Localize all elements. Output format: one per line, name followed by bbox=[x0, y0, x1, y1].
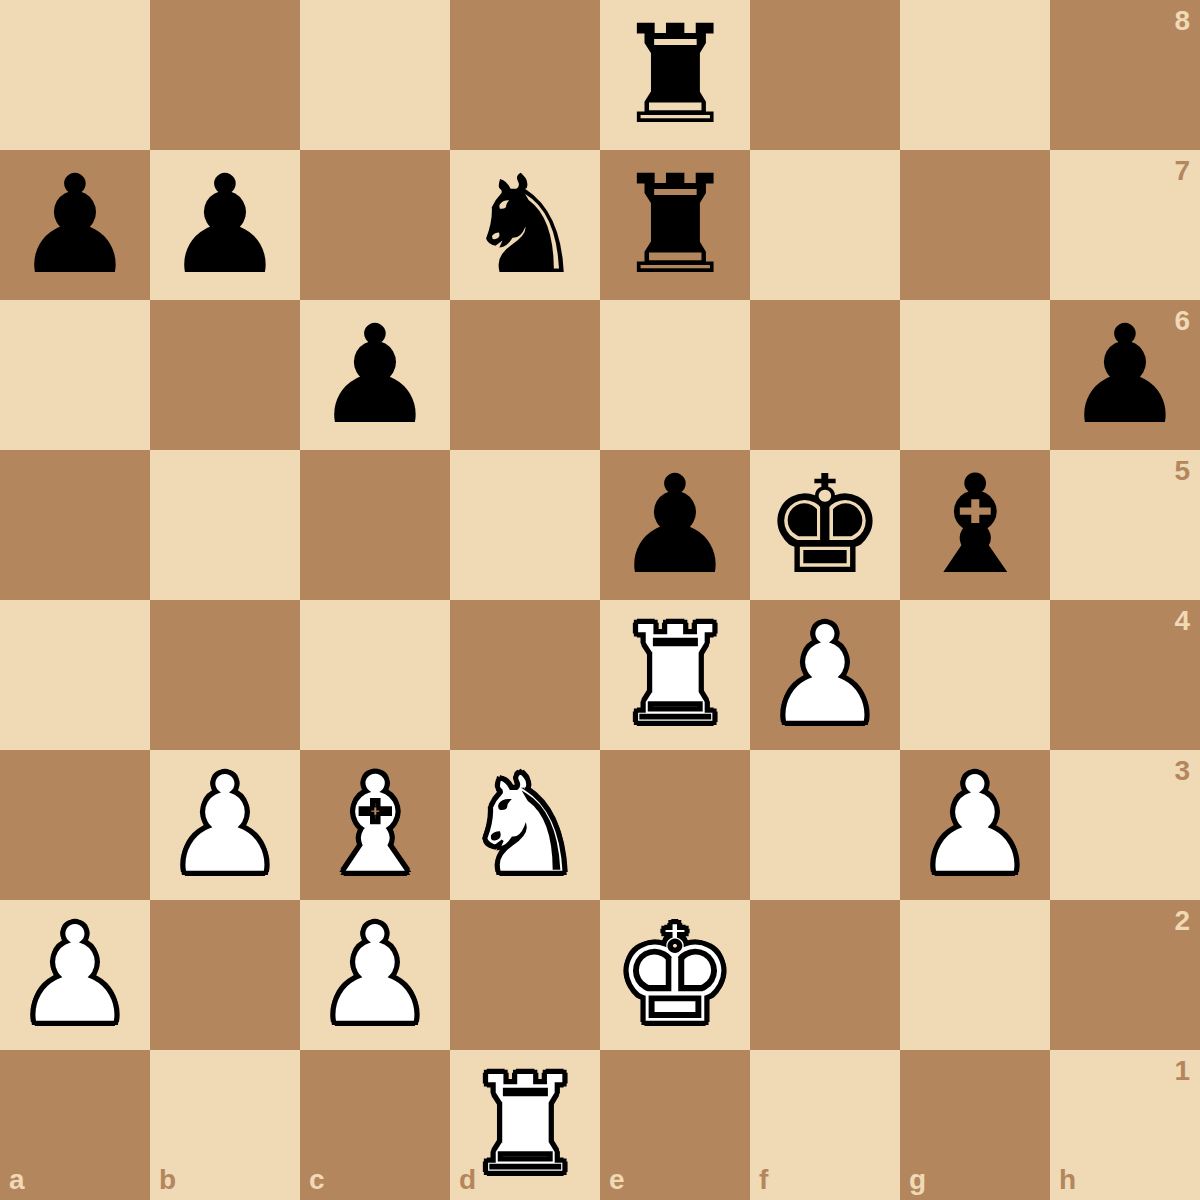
square-h2[interactable]: 2 bbox=[1050, 900, 1200, 1050]
square-h8[interactable]: 8 bbox=[1050, 0, 1200, 150]
black-pawn: ♟ bbox=[314, 307, 436, 443]
file-label-a: a bbox=[9, 1166, 25, 1194]
white-bishop: ♝ bbox=[314, 757, 436, 893]
square-f2[interactable] bbox=[750, 900, 900, 1050]
white-pawn: ♟ bbox=[314, 907, 436, 1043]
square-g3[interactable]: ♟ bbox=[900, 750, 1050, 900]
black-pawn: ♟ bbox=[614, 457, 736, 593]
black-bishop: ♝ bbox=[914, 457, 1036, 593]
square-d2[interactable] bbox=[450, 900, 600, 1050]
square-e4[interactable]: ♜ bbox=[600, 600, 750, 750]
square-h1[interactable]: 1h bbox=[1050, 1050, 1200, 1200]
square-a2[interactable]: ♟ bbox=[0, 900, 150, 1050]
chess-board: ♜8♟♟♞♜7♟♟6♟♚♝5♜♟4♟♝♞♟3♟♟♚2abc♜defg1h bbox=[0, 0, 1200, 1200]
square-f3[interactable] bbox=[750, 750, 900, 900]
square-b2[interactable] bbox=[150, 900, 300, 1050]
square-c6[interactable]: ♟ bbox=[300, 300, 450, 450]
white-rook: ♜ bbox=[464, 1057, 586, 1193]
rank-label-5: 5 bbox=[1174, 457, 1190, 485]
square-g6[interactable] bbox=[900, 300, 1050, 450]
square-e2[interactable]: ♚ bbox=[600, 900, 750, 1050]
square-b5[interactable] bbox=[150, 450, 300, 600]
file-label-e: e bbox=[609, 1166, 625, 1194]
square-d5[interactable] bbox=[450, 450, 600, 600]
white-knight: ♞ bbox=[464, 757, 586, 893]
square-b4[interactable] bbox=[150, 600, 300, 750]
square-g2[interactable] bbox=[900, 900, 1050, 1050]
square-d3[interactable]: ♞ bbox=[450, 750, 600, 900]
white-pawn: ♟ bbox=[14, 907, 136, 1043]
square-h6[interactable]: ♟6 bbox=[1050, 300, 1200, 450]
square-e8[interactable]: ♜ bbox=[600, 0, 750, 150]
square-d7[interactable]: ♞ bbox=[450, 150, 600, 300]
square-d4[interactable] bbox=[450, 600, 600, 750]
black-pawn: ♟ bbox=[1064, 307, 1186, 443]
square-f1[interactable]: f bbox=[750, 1050, 900, 1200]
square-a6[interactable] bbox=[0, 300, 150, 450]
square-f5[interactable]: ♚ bbox=[750, 450, 900, 600]
file-label-f: f bbox=[759, 1166, 768, 1194]
square-f4[interactable]: ♟ bbox=[750, 600, 900, 750]
square-f8[interactable] bbox=[750, 0, 900, 150]
white-rook: ♜ bbox=[614, 607, 736, 743]
file-label-g: g bbox=[909, 1166, 926, 1194]
square-e1[interactable]: e bbox=[600, 1050, 750, 1200]
white-pawn: ♟ bbox=[764, 607, 886, 743]
square-d6[interactable] bbox=[450, 300, 600, 450]
square-h7[interactable]: 7 bbox=[1050, 150, 1200, 300]
rank-label-2: 2 bbox=[1174, 907, 1190, 935]
square-b6[interactable] bbox=[150, 300, 300, 450]
square-f6[interactable] bbox=[750, 300, 900, 450]
square-c3[interactable]: ♝ bbox=[300, 750, 450, 900]
square-b1[interactable]: b bbox=[150, 1050, 300, 1200]
square-e3[interactable] bbox=[600, 750, 750, 900]
file-label-b: b bbox=[159, 1166, 176, 1194]
square-g7[interactable] bbox=[900, 150, 1050, 300]
square-e5[interactable]: ♟ bbox=[600, 450, 750, 600]
square-c4[interactable] bbox=[300, 600, 450, 750]
rank-label-4: 4 bbox=[1174, 607, 1190, 635]
square-c8[interactable] bbox=[300, 0, 450, 150]
square-d8[interactable] bbox=[450, 0, 600, 150]
square-a4[interactable] bbox=[0, 600, 150, 750]
square-a5[interactable] bbox=[0, 450, 150, 600]
square-e7[interactable]: ♜ bbox=[600, 150, 750, 300]
square-h4[interactable]: 4 bbox=[1050, 600, 1200, 750]
white-king: ♚ bbox=[614, 907, 736, 1043]
white-pawn: ♟ bbox=[914, 757, 1036, 893]
black-rook: ♜ bbox=[614, 157, 736, 293]
square-a3[interactable] bbox=[0, 750, 150, 900]
rank-label-7: 7 bbox=[1174, 157, 1190, 185]
black-rook: ♜ bbox=[614, 7, 736, 143]
square-c2[interactable]: ♟ bbox=[300, 900, 450, 1050]
square-a7[interactable]: ♟ bbox=[0, 150, 150, 300]
square-c1[interactable]: c bbox=[300, 1050, 450, 1200]
rank-label-3: 3 bbox=[1174, 757, 1190, 785]
square-h3[interactable]: 3 bbox=[1050, 750, 1200, 900]
square-c7[interactable] bbox=[300, 150, 450, 300]
square-a8[interactable] bbox=[0, 0, 150, 150]
square-e6[interactable] bbox=[600, 300, 750, 450]
white-pawn: ♟ bbox=[164, 757, 286, 893]
square-g4[interactable] bbox=[900, 600, 1050, 750]
rank-label-1: 1 bbox=[1174, 1057, 1190, 1085]
square-b3[interactable]: ♟ bbox=[150, 750, 300, 900]
rank-label-8: 8 bbox=[1174, 7, 1190, 35]
square-b8[interactable] bbox=[150, 0, 300, 150]
square-b7[interactable]: ♟ bbox=[150, 150, 300, 300]
square-g5[interactable]: ♝ bbox=[900, 450, 1050, 600]
black-pawn: ♟ bbox=[14, 157, 136, 293]
square-a1[interactable]: a bbox=[0, 1050, 150, 1200]
square-g1[interactable]: g bbox=[900, 1050, 1050, 1200]
square-g8[interactable] bbox=[900, 0, 1050, 150]
square-h5[interactable]: 5 bbox=[1050, 450, 1200, 600]
square-d1[interactable]: ♜d bbox=[450, 1050, 600, 1200]
black-king: ♚ bbox=[764, 457, 886, 593]
file-label-c: c bbox=[309, 1166, 325, 1194]
square-f7[interactable] bbox=[750, 150, 900, 300]
black-pawn: ♟ bbox=[164, 157, 286, 293]
black-knight: ♞ bbox=[464, 157, 586, 293]
square-c5[interactable] bbox=[300, 450, 450, 600]
file-label-h: h bbox=[1059, 1166, 1076, 1194]
